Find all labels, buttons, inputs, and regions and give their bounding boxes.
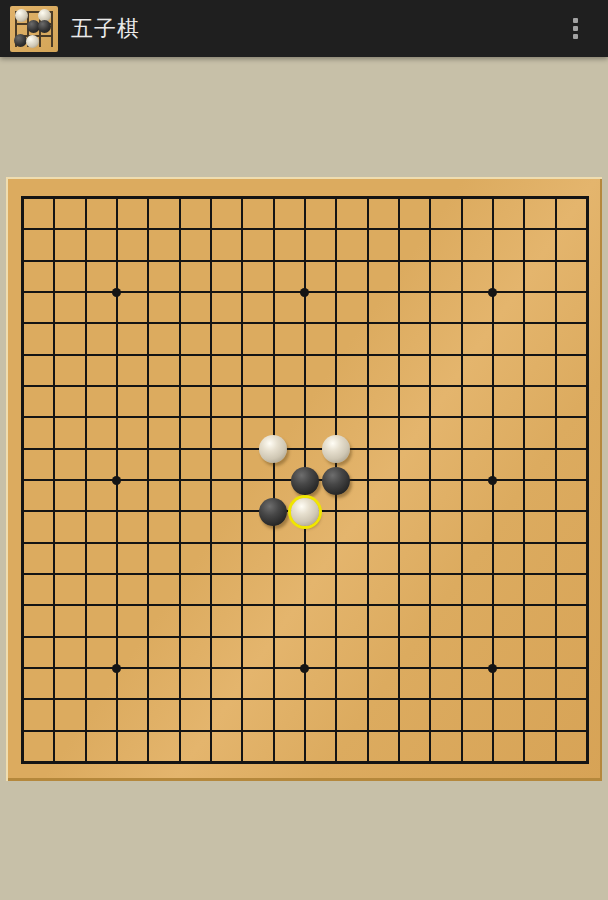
board-intersection[interactable]	[508, 590, 539, 621]
board-intersection[interactable]	[414, 747, 445, 778]
board-intersection[interactable]	[352, 308, 383, 339]
board-intersection[interactable]	[571, 622, 602, 653]
board-intersection[interactable]	[101, 340, 132, 371]
board-intersection[interactable]	[38, 434, 69, 465]
board-intersection[interactable]	[477, 653, 508, 684]
board-intersection[interactable]	[414, 590, 445, 621]
board-intersection[interactable]	[414, 653, 445, 684]
board-intersection[interactable]	[38, 528, 69, 559]
board-intersection[interactable]	[70, 716, 101, 747]
board-intersection[interactable]	[70, 653, 101, 684]
board-intersection[interactable]	[571, 716, 602, 747]
board-intersection[interactable]	[164, 747, 195, 778]
board-intersection[interactable]	[571, 308, 602, 339]
board-intersection[interactable]	[101, 434, 132, 465]
board-intersection[interactable]	[164, 246, 195, 277]
board-intersection[interactable]	[477, 277, 508, 308]
board-intersection[interactable]	[540, 277, 571, 308]
board-intersection[interactable]	[446, 747, 477, 778]
board-intersection[interactable]	[540, 653, 571, 684]
board-intersection[interactable]	[414, 434, 445, 465]
board-intersection[interactable]	[477, 747, 508, 778]
board-intersection[interactable]	[414, 465, 445, 496]
board-intersection[interactable]	[352, 747, 383, 778]
board-intersection[interactable]	[101, 496, 132, 527]
board-intersection[interactable]	[132, 214, 163, 245]
board-intersection[interactable]	[132, 183, 163, 214]
board-intersection[interactable]	[540, 214, 571, 245]
board-intersection[interactable]	[571, 590, 602, 621]
board-intersection[interactable]	[101, 371, 132, 402]
board-intersection[interactable]	[38, 559, 69, 590]
board-intersection[interactable]	[164, 559, 195, 590]
board-intersection[interactable]	[320, 590, 351, 621]
board-intersection[interactable]	[226, 716, 257, 747]
board-intersection[interactable]	[101, 559, 132, 590]
board-intersection[interactable]	[540, 622, 571, 653]
board-intersection[interactable]	[70, 183, 101, 214]
board-intersection[interactable]	[101, 214, 132, 245]
board-intersection[interactable]	[289, 684, 320, 715]
board-intersection[interactable]	[101, 465, 132, 496]
board-intersection[interactable]	[352, 402, 383, 433]
board-intersection[interactable]	[38, 653, 69, 684]
board-intersection[interactable]	[383, 308, 414, 339]
board-intersection[interactable]	[132, 308, 163, 339]
board-intersection[interactable]	[352, 590, 383, 621]
board-intersection[interactable]	[7, 559, 38, 590]
board-intersection[interactable]	[352, 246, 383, 277]
board-intersection[interactable]	[571, 528, 602, 559]
board-intersection[interactable]	[477, 434, 508, 465]
board-intersection[interactable]	[508, 653, 539, 684]
board-intersection[interactable]	[226, 214, 257, 245]
board-intersection[interactable]	[540, 308, 571, 339]
board-intersection[interactable]	[7, 183, 38, 214]
board-intersection[interactable]	[477, 528, 508, 559]
board-intersection[interactable]	[383, 622, 414, 653]
board-intersection[interactable]	[320, 747, 351, 778]
board-intersection[interactable]	[446, 183, 477, 214]
board-intersection[interactable]	[540, 340, 571, 371]
board-intersection[interactable]	[132, 402, 163, 433]
board-intersection[interactable]	[164, 684, 195, 715]
board-intersection[interactable]	[226, 371, 257, 402]
board-intersection[interactable]	[7, 747, 38, 778]
board-intersection[interactable]	[132, 716, 163, 747]
board-intersection[interactable]	[414, 559, 445, 590]
board-intersection[interactable]	[571, 340, 602, 371]
board-intersection[interactable]	[540, 402, 571, 433]
board-intersection[interactable]	[164, 465, 195, 496]
board-intersection[interactable]	[164, 622, 195, 653]
board-intersection[interactable]	[70, 277, 101, 308]
board-intersection[interactable]	[571, 653, 602, 684]
board-intersection[interactable]	[195, 528, 226, 559]
board-intersection[interactable]	[352, 559, 383, 590]
board-intersection[interactable]	[132, 684, 163, 715]
board-intersection[interactable]	[352, 622, 383, 653]
board-intersection[interactable]	[289, 214, 320, 245]
board-intersection[interactable]	[414, 716, 445, 747]
board-intersection[interactable]	[101, 528, 132, 559]
board-intersection[interactable]	[540, 590, 571, 621]
board-intersection[interactable]	[101, 747, 132, 778]
board-intersection[interactable]	[7, 653, 38, 684]
board-intersection[interactable]	[540, 747, 571, 778]
board-intersection[interactable]	[352, 528, 383, 559]
board-intersection[interactable]	[258, 716, 289, 747]
board-intersection[interactable]	[101, 622, 132, 653]
board-intersection[interactable]	[477, 214, 508, 245]
board-intersection[interactable]	[383, 214, 414, 245]
board-intersection[interactable]	[477, 246, 508, 277]
board-intersection[interactable]	[289, 496, 320, 527]
board-intersection[interactable]	[289, 622, 320, 653]
board-intersection[interactable]	[320, 371, 351, 402]
board-intersection[interactable]	[540, 528, 571, 559]
board-intersection[interactable]	[70, 214, 101, 245]
board-intersection[interactable]	[414, 496, 445, 527]
board-intersection[interactable]	[258, 590, 289, 621]
board-intersection[interactable]	[352, 183, 383, 214]
board-intersection[interactable]	[195, 465, 226, 496]
board-intersection[interactable]	[352, 496, 383, 527]
board-intersection[interactable]	[540, 496, 571, 527]
overflow-menu-icon[interactable]	[543, 0, 608, 57]
board-intersection[interactable]	[508, 308, 539, 339]
board-intersection[interactable]	[38, 214, 69, 245]
board-intersection[interactable]	[320, 277, 351, 308]
board-intersection[interactable]	[195, 716, 226, 747]
board-intersection[interactable]	[226, 340, 257, 371]
board-intersection[interactable]	[289, 340, 320, 371]
board-intersection[interactable]	[164, 340, 195, 371]
board-intersection[interactable]	[164, 214, 195, 245]
board-intersection[interactable]	[320, 684, 351, 715]
board-intersection[interactable]	[446, 465, 477, 496]
board-intersection[interactable]	[226, 747, 257, 778]
board-intersection[interactable]	[226, 528, 257, 559]
board-intersection[interactable]	[132, 653, 163, 684]
board-intersection[interactable]	[164, 590, 195, 621]
board-intersection[interactable]	[352, 371, 383, 402]
board-intersection[interactable]	[508, 747, 539, 778]
board-intersection[interactable]	[571, 402, 602, 433]
board-intersection[interactable]	[7, 590, 38, 621]
board-intersection[interactable]	[289, 653, 320, 684]
board-intersection[interactable]	[195, 308, 226, 339]
board-intersection[interactable]	[258, 653, 289, 684]
board-intersection[interactable]	[164, 402, 195, 433]
board-intersection[interactable]	[446, 371, 477, 402]
board-intersection[interactable]	[258, 340, 289, 371]
board-intersection[interactable]	[352, 653, 383, 684]
board-intersection[interactable]	[289, 528, 320, 559]
board-intersection[interactable]	[383, 402, 414, 433]
board-intersection[interactable]	[571, 684, 602, 715]
board-intersection[interactable]	[540, 716, 571, 747]
board-intersection[interactable]	[226, 496, 257, 527]
board-intersection[interactable]	[258, 747, 289, 778]
board-intersection[interactable]	[477, 590, 508, 621]
board-intersection[interactable]	[289, 277, 320, 308]
board-intersection[interactable]	[352, 214, 383, 245]
board-intersection[interactable]	[195, 653, 226, 684]
board-intersection[interactable]	[508, 402, 539, 433]
board-intersection[interactable]	[383, 277, 414, 308]
board-intersection[interactable]	[70, 684, 101, 715]
board-intersection[interactable]	[540, 434, 571, 465]
board-intersection[interactable]	[226, 434, 257, 465]
board-intersection[interactable]	[289, 183, 320, 214]
board-intersection[interactable]	[383, 747, 414, 778]
board-intersection[interactable]	[320, 653, 351, 684]
board-intersection[interactable]	[446, 434, 477, 465]
board-intersection[interactable]	[414, 684, 445, 715]
board-intersection[interactable]	[477, 183, 508, 214]
board-intersection[interactable]	[164, 308, 195, 339]
board-intersection[interactable]	[258, 622, 289, 653]
board-intersection[interactable]	[352, 434, 383, 465]
board-intersection[interactable]	[164, 183, 195, 214]
board-intersection[interactable]	[320, 622, 351, 653]
board-intersection[interactable]	[195, 747, 226, 778]
board-intersection[interactable]	[132, 590, 163, 621]
board-intersection[interactable]	[508, 214, 539, 245]
board-intersection[interactable]	[70, 528, 101, 559]
board-intersection[interactable]	[414, 402, 445, 433]
board-intersection[interactable]	[132, 747, 163, 778]
board-intersection[interactable]	[226, 622, 257, 653]
board-intersection[interactable]	[7, 496, 38, 527]
board-intersection[interactable]	[414, 371, 445, 402]
board-intersection[interactable]	[7, 528, 38, 559]
board-intersection[interactable]	[446, 277, 477, 308]
board-intersection[interactable]	[38, 684, 69, 715]
board-intersection[interactable]	[477, 559, 508, 590]
board-intersection[interactable]	[195, 684, 226, 715]
board-intersection[interactable]	[352, 716, 383, 747]
board-intersection[interactable]	[414, 214, 445, 245]
board-intersection[interactable]	[477, 716, 508, 747]
board-intersection[interactable]	[195, 590, 226, 621]
board-intersection[interactable]	[289, 371, 320, 402]
board-intersection[interactable]	[164, 716, 195, 747]
board-intersection[interactable]	[383, 183, 414, 214]
board-intersection[interactable]	[258, 496, 289, 527]
board-intersection[interactable]	[226, 183, 257, 214]
board-intersection[interactable]	[571, 246, 602, 277]
board-intersection[interactable]	[383, 684, 414, 715]
board-intersection[interactable]	[508, 684, 539, 715]
board-intersection[interactable]	[38, 402, 69, 433]
board-intersection[interactable]	[446, 716, 477, 747]
board-intersection[interactable]	[258, 684, 289, 715]
board-intersection[interactable]	[132, 559, 163, 590]
board-intersection[interactable]	[508, 716, 539, 747]
board-intersection[interactable]	[7, 277, 38, 308]
board-intersection[interactable]	[7, 246, 38, 277]
board-intersection[interactable]	[571, 277, 602, 308]
board-intersection[interactable]	[7, 308, 38, 339]
board-intersection[interactable]	[38, 590, 69, 621]
board-intersection[interactable]	[508, 371, 539, 402]
board-intersection[interactable]	[38, 716, 69, 747]
board-intersection[interactable]	[258, 246, 289, 277]
board-intersection[interactable]	[540, 371, 571, 402]
board-intersection[interactable]	[446, 496, 477, 527]
board-intersection[interactable]	[383, 528, 414, 559]
board-intersection[interactable]	[446, 528, 477, 559]
board-intersection[interactable]	[70, 308, 101, 339]
board-intersection[interactable]	[477, 308, 508, 339]
board-intersection[interactable]	[289, 434, 320, 465]
board-intersection[interactable]	[508, 496, 539, 527]
board-intersection[interactable]	[414, 528, 445, 559]
board-intersection[interactable]	[132, 465, 163, 496]
board-intersection[interactable]	[226, 684, 257, 715]
board-intersection[interactable]	[258, 183, 289, 214]
board-intersection[interactable]	[508, 434, 539, 465]
board-intersection[interactable]	[446, 402, 477, 433]
board-intersection[interactable]	[70, 590, 101, 621]
board-intersection[interactable]	[258, 528, 289, 559]
board-intersection[interactable]	[7, 402, 38, 433]
board-intersection[interactable]	[38, 496, 69, 527]
board-intersection[interactable]	[258, 402, 289, 433]
board-intersection[interactable]	[164, 277, 195, 308]
board-intersection[interactable]	[571, 496, 602, 527]
board-intersection[interactable]	[320, 434, 351, 465]
board-intersection[interactable]	[226, 653, 257, 684]
board-intersection[interactable]	[383, 496, 414, 527]
board-intersection[interactable]	[258, 214, 289, 245]
board-intersection[interactable]	[164, 496, 195, 527]
board-intersection[interactable]	[7, 434, 38, 465]
board-intersection[interactable]	[38, 246, 69, 277]
board-intersection[interactable]	[101, 716, 132, 747]
board-intersection[interactable]	[508, 559, 539, 590]
board-intersection[interactable]	[414, 183, 445, 214]
board-intersection[interactable]	[320, 465, 351, 496]
board-intersection[interactable]	[132, 340, 163, 371]
board-intersection[interactable]	[38, 277, 69, 308]
board-intersection[interactable]	[7, 340, 38, 371]
board-intersection[interactable]	[320, 246, 351, 277]
board-intersection[interactable]	[320, 402, 351, 433]
board-intersection[interactable]	[383, 371, 414, 402]
board-intersection[interactable]	[289, 747, 320, 778]
board-intersection[interactable]	[38, 308, 69, 339]
board-intersection[interactable]	[101, 653, 132, 684]
board-intersection[interactable]	[508, 622, 539, 653]
board-intersection[interactable]	[258, 308, 289, 339]
board-intersection[interactable]	[414, 277, 445, 308]
board-intersection[interactable]	[70, 559, 101, 590]
board-intersection[interactable]	[226, 308, 257, 339]
board-intersection[interactable]	[320, 496, 351, 527]
board-intersection[interactable]	[70, 496, 101, 527]
board-intersection[interactable]	[414, 308, 445, 339]
board-intersection[interactable]	[132, 496, 163, 527]
board-intersection[interactable]	[164, 371, 195, 402]
board-intersection[interactable]	[383, 590, 414, 621]
board-intersection[interactable]	[258, 465, 289, 496]
board-intersection[interactable]	[132, 371, 163, 402]
board-intersection[interactable]	[70, 340, 101, 371]
board-intersection[interactable]	[195, 402, 226, 433]
board-intersection[interactable]	[477, 496, 508, 527]
board-intersection[interactable]	[289, 308, 320, 339]
board-intersection[interactable]	[414, 340, 445, 371]
board-intersection[interactable]	[289, 465, 320, 496]
board-intersection[interactable]	[320, 183, 351, 214]
board-intersection[interactable]	[195, 622, 226, 653]
board-intersection[interactable]	[132, 246, 163, 277]
board-intersection[interactable]	[258, 434, 289, 465]
board-intersection[interactable]	[446, 653, 477, 684]
board-intersection[interactable]	[414, 622, 445, 653]
board-intersection[interactable]	[446, 308, 477, 339]
board-intersection[interactable]	[7, 371, 38, 402]
board-intersection[interactable]	[571, 183, 602, 214]
board-intersection[interactable]	[258, 371, 289, 402]
board-intersection[interactable]	[258, 277, 289, 308]
board-intersection[interactable]	[571, 559, 602, 590]
board-intersection[interactable]	[195, 277, 226, 308]
board-intersection[interactable]	[446, 340, 477, 371]
board-intersection[interactable]	[571, 371, 602, 402]
board-intersection[interactable]	[195, 371, 226, 402]
board-intersection[interactable]	[383, 559, 414, 590]
board-intersection[interactable]	[132, 277, 163, 308]
board-intersection[interactable]	[414, 246, 445, 277]
board-intersection[interactable]	[101, 402, 132, 433]
board-intersection[interactable]	[164, 528, 195, 559]
board-intersection[interactable]	[477, 465, 508, 496]
board-intersection[interactable]	[571, 214, 602, 245]
board-intersection[interactable]	[101, 684, 132, 715]
board-intersection[interactable]	[352, 684, 383, 715]
board-intersection[interactable]	[508, 183, 539, 214]
board-intersection[interactable]	[446, 559, 477, 590]
board-intersection[interactable]	[540, 465, 571, 496]
board-intersection[interactable]	[38, 340, 69, 371]
board-intersection[interactable]	[7, 214, 38, 245]
board-intersection[interactable]	[320, 559, 351, 590]
board-intersection[interactable]	[508, 528, 539, 559]
board-intersection[interactable]	[383, 653, 414, 684]
board-intersection[interactable]	[70, 747, 101, 778]
board-intersection[interactable]	[540, 246, 571, 277]
board-intersection[interactable]	[383, 434, 414, 465]
board-intersection[interactable]	[383, 465, 414, 496]
board-intersection[interactable]	[70, 622, 101, 653]
board-intersection[interactable]	[320, 528, 351, 559]
board-intersection[interactable]	[132, 434, 163, 465]
board-intersection[interactable]	[226, 590, 257, 621]
board-intersection[interactable]	[446, 590, 477, 621]
board-intersection[interactable]	[383, 246, 414, 277]
board-intersection[interactable]	[195, 183, 226, 214]
board-intersection[interactable]	[446, 622, 477, 653]
board-intersection[interactable]	[289, 246, 320, 277]
board-intersection[interactable]	[164, 653, 195, 684]
board-intersection[interactable]	[70, 434, 101, 465]
board-intersection[interactable]	[195, 214, 226, 245]
board-intersection[interactable]	[38, 183, 69, 214]
